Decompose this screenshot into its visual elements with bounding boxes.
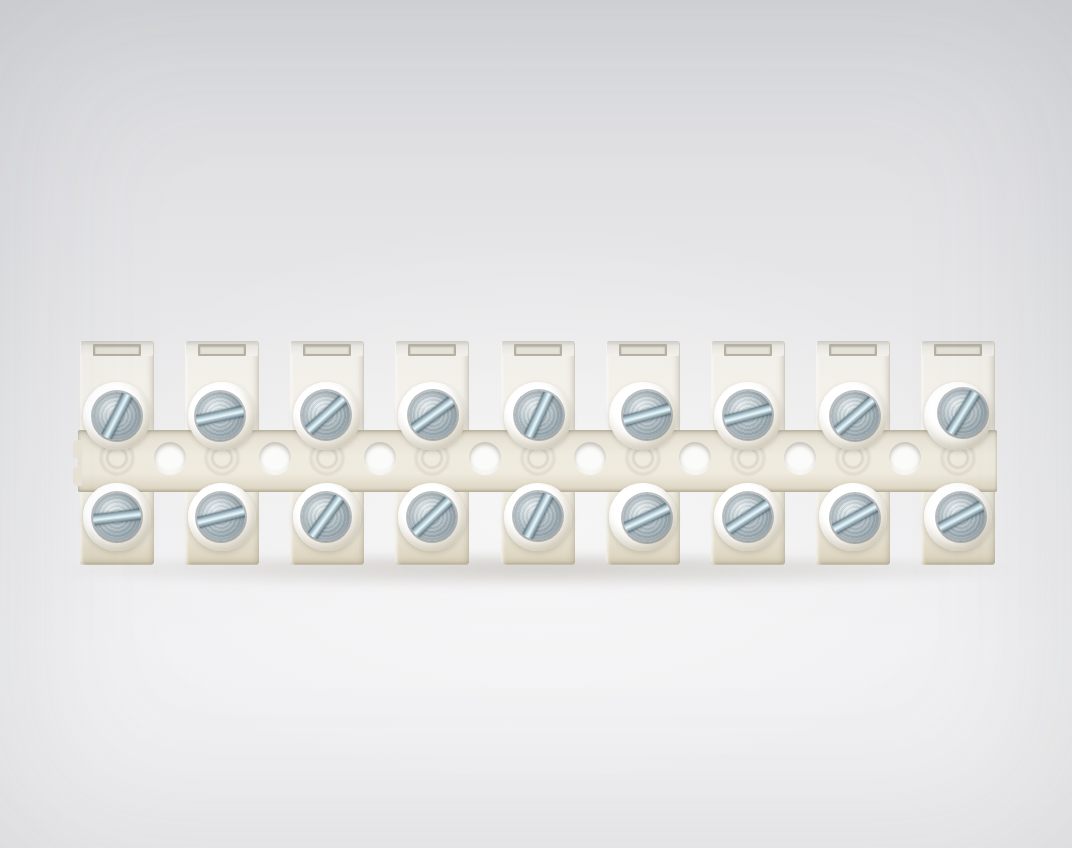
wire-entry-hole <box>514 344 562 356</box>
wire-entry-hole <box>408 344 456 356</box>
screw-slot <box>937 499 985 534</box>
web-hole <box>679 442 711 474</box>
web-hole <box>469 442 501 474</box>
screw-boss <box>924 483 992 551</box>
screw-boss <box>83 483 151 551</box>
screw-boss <box>83 382 151 450</box>
screw-boss <box>924 382 992 450</box>
screw-head <box>93 493 141 541</box>
screw-boss <box>504 382 572 450</box>
wire-entry-top-face <box>291 341 363 356</box>
screw-boss <box>609 483 677 551</box>
screw-slot <box>409 494 455 539</box>
screw-boss <box>398 382 466 450</box>
wire-entry-top-face <box>81 341 153 356</box>
screw-slot <box>724 403 772 428</box>
screw-head <box>724 391 772 439</box>
photo-scene <box>0 0 1072 848</box>
wire-entry-top-face <box>396 341 468 356</box>
screw-head <box>408 493 456 541</box>
screw-boss <box>188 382 256 450</box>
wire-entry-top-face <box>817 341 889 356</box>
screw-boss <box>398 483 466 551</box>
screw-head <box>831 494 879 542</box>
screw-slot <box>409 395 457 436</box>
screw-boss <box>293 382 361 450</box>
screw-slot <box>831 500 879 536</box>
wire-entry-hole <box>93 344 141 356</box>
screw-slot <box>724 498 772 537</box>
screw-slot <box>522 391 555 439</box>
screw-head <box>197 493 245 541</box>
screw-head <box>302 493 350 541</box>
screw-slot <box>831 394 879 438</box>
screw-head <box>623 494 671 542</box>
screw-head <box>831 392 879 440</box>
web-hole <box>154 442 186 474</box>
screw-slot <box>944 389 982 437</box>
screw-slot <box>306 493 347 541</box>
screw-boss <box>819 483 887 551</box>
web-hole <box>784 442 816 474</box>
screw-slot <box>196 405 244 427</box>
screw-slot <box>623 403 671 428</box>
screw-slot <box>93 508 141 525</box>
wire-entry-hole <box>198 344 246 356</box>
screw-boss <box>504 483 572 551</box>
wire-entry-top-face <box>712 341 784 356</box>
terminal-strip <box>80 341 995 565</box>
screw-boss <box>609 382 677 450</box>
wire-entry-top-face <box>922 341 994 356</box>
wire-entry-hole <box>619 344 667 356</box>
web-hole <box>574 442 606 474</box>
screw-boss <box>819 382 887 450</box>
screw-head <box>623 391 671 439</box>
web-hole <box>364 442 396 474</box>
screw-boss <box>714 483 782 551</box>
screw-boss <box>188 483 256 551</box>
screw-head <box>939 389 987 437</box>
screw-slot <box>100 392 134 440</box>
screw-slot <box>303 393 350 437</box>
screw-head <box>93 392 141 440</box>
wire-entry-top-face <box>502 341 574 356</box>
screw-head <box>302 391 350 439</box>
wire-entry-hole <box>724 344 772 356</box>
web-hole <box>889 442 921 474</box>
screw-head <box>196 392 244 440</box>
left-end-notch <box>73 440 82 486</box>
screw-slot <box>520 492 554 540</box>
wire-entry-top-face <box>607 341 679 356</box>
screw-slot <box>623 502 671 535</box>
screw-head <box>937 493 985 541</box>
screw-head <box>514 492 562 540</box>
wire-entry-hole <box>303 344 351 356</box>
wire-entry-hole <box>934 344 982 356</box>
wire-entry-hole <box>829 344 877 356</box>
screw-slot <box>197 505 245 529</box>
web-hole <box>259 442 291 474</box>
screw-head <box>724 493 772 541</box>
screw-boss <box>714 382 782 450</box>
screw-boss <box>293 483 361 551</box>
wire-entry-top-face <box>186 341 258 356</box>
screw-head <box>515 391 563 439</box>
screw-head <box>409 391 457 439</box>
